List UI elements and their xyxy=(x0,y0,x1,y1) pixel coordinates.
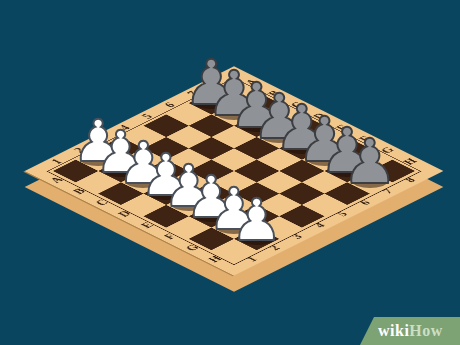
coordinate-label-C: C xyxy=(289,101,306,110)
coordinate-label-A: A xyxy=(49,176,66,185)
coordinate-label-8: 8 xyxy=(403,176,418,183)
coordinate-label-A: A xyxy=(244,78,261,87)
coordinate-label-4: 4 xyxy=(313,222,328,229)
coordinate-label-5: 5 xyxy=(140,113,155,120)
coordinate-label-3: 3 xyxy=(95,135,110,142)
wikihow-wiki-text: wiki xyxy=(378,323,409,339)
coordinate-label-F: F xyxy=(358,135,374,143)
coordinate-label-1: 1 xyxy=(50,158,65,165)
illustration-canvas: 11AA22BB33CC44DD55EE66FF77GG88HH ♟♟♟♟♟♟♟… xyxy=(0,0,460,345)
coordinate-label-F: F xyxy=(162,233,178,241)
coordinate-label-E: E xyxy=(139,221,156,229)
coordinate-label-B: B xyxy=(72,187,89,195)
coordinate-label-2: 2 xyxy=(72,147,87,154)
coordinate-label-4: 4 xyxy=(118,124,133,131)
coordinate-label-B: B xyxy=(267,90,284,98)
coordinate-label-3: 3 xyxy=(290,233,305,240)
coordinate-label-D: D xyxy=(117,210,134,219)
coordinate-label-D: D xyxy=(312,112,329,121)
coordinate-label-2: 2 xyxy=(268,244,283,251)
coordinate-label-6: 6 xyxy=(163,102,178,109)
coordinate-label-6: 6 xyxy=(358,199,373,206)
wikihow-watermark: wikiHow xyxy=(360,317,460,345)
coordinate-label-7: 7 xyxy=(381,188,396,195)
coordinate-label-H: H xyxy=(207,255,225,264)
wikihow-how-text: How xyxy=(409,323,443,339)
coordinate-label-7: 7 xyxy=(186,90,201,97)
coordinate-label-G: G xyxy=(184,244,202,253)
coordinate-label-5: 5 xyxy=(335,210,350,217)
coordinate-label-8: 8 xyxy=(208,79,223,86)
coordinate-label-C: C xyxy=(94,199,111,208)
board-grid xyxy=(53,80,415,261)
board-top-face: 11AA22BB33CC44DD55EE66FF77GG88HH xyxy=(25,66,444,275)
coordinate-label-E: E xyxy=(335,124,352,132)
coordinate-label-1: 1 xyxy=(245,256,260,263)
